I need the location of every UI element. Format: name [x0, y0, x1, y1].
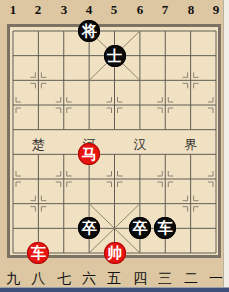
row-label-5: 五	[104, 270, 124, 288]
river-label-chu: 楚	[30, 136, 46, 154]
row-label-9: 九	[3, 270, 23, 288]
row-label-2: 二	[181, 270, 201, 288]
row-label-4: 四	[130, 270, 150, 288]
col-label-1: 1	[3, 2, 23, 18]
row-label-8: 八	[28, 270, 48, 288]
row-label-3: 三	[155, 270, 175, 288]
col-label-8: 8	[181, 2, 201, 18]
col-label-7: 7	[155, 2, 175, 18]
piece-red-chariot[interactable]: 车	[27, 242, 49, 264]
col-label-2: 2	[28, 2, 48, 18]
window-right-edge	[223, 0, 229, 292]
row-label-6: 六	[79, 270, 99, 288]
piece-black-advisor[interactable]: 士	[104, 45, 126, 67]
river-label-jie: 界	[183, 136, 199, 154]
col-label-3: 3	[54, 2, 74, 18]
xiangqi-app-window: 1 2 3 4 5 6 7 8 9 楚 河 汉 界 将士马卒卒车车帅 九 八 七…	[0, 0, 229, 292]
piece-black-general[interactable]: 将	[78, 20, 100, 42]
col-label-4: 4	[79, 2, 99, 18]
col-label-5: 5	[104, 2, 124, 18]
river-label-han: 汉	[132, 136, 148, 154]
row-label-7: 七	[54, 270, 74, 288]
piece-red-general[interactable]: 帅	[104, 242, 126, 264]
col-label-6: 6	[130, 2, 150, 18]
window-bottom-edge	[0, 287, 229, 292]
